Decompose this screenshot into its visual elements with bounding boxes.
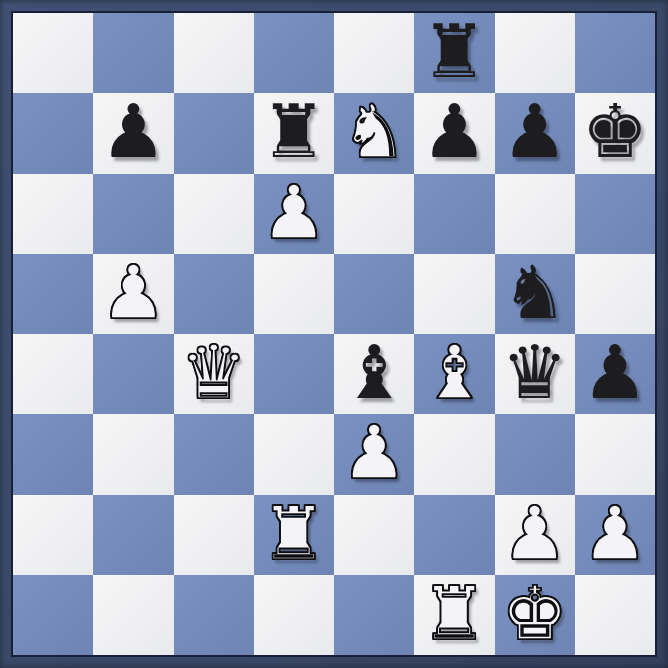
black-pawn[interactable]: ♟ — [100, 94, 166, 168]
chess-board: ♜♟♜♞♟♟♚♟♟♞♛♝♝♛♟♟♜♟♟♜♚ — [13, 13, 655, 655]
square-h7[interactable]: ♚ — [575, 93, 655, 173]
square-d6[interactable]: ♟ — [254, 174, 334, 254]
white-pawn[interactable]: ♟ — [261, 175, 327, 249]
black-pawn[interactable]: ♟ — [421, 94, 487, 168]
square-h2[interactable]: ♟ — [575, 495, 655, 575]
square-b4[interactable] — [93, 334, 173, 414]
square-d2[interactable]: ♜ — [254, 495, 334, 575]
square-c7[interactable] — [174, 93, 254, 173]
square-c5[interactable] — [174, 254, 254, 334]
square-f4[interactable]: ♝ — [414, 334, 494, 414]
black-rook[interactable]: ♜ — [261, 94, 327, 168]
square-g4[interactable]: ♛ — [495, 334, 575, 414]
square-b1[interactable] — [93, 575, 173, 655]
square-c1[interactable] — [174, 575, 254, 655]
square-f1[interactable]: ♜ — [414, 575, 494, 655]
square-g6[interactable] — [495, 174, 575, 254]
square-c4[interactable]: ♛ — [174, 334, 254, 414]
square-a6[interactable] — [13, 174, 93, 254]
square-c6[interactable] — [174, 174, 254, 254]
square-f3[interactable] — [414, 414, 494, 494]
black-knight[interactable]: ♞ — [501, 255, 567, 329]
square-g7[interactable]: ♟ — [495, 93, 575, 173]
square-h5[interactable] — [575, 254, 655, 334]
square-h3[interactable] — [575, 414, 655, 494]
square-e5[interactable] — [334, 254, 414, 334]
square-a2[interactable] — [13, 495, 93, 575]
white-pawn[interactable]: ♟ — [582, 496, 648, 570]
square-c2[interactable] — [174, 495, 254, 575]
white-king[interactable]: ♚ — [501, 576, 567, 650]
square-f7[interactable]: ♟ — [414, 93, 494, 173]
square-f5[interactable] — [414, 254, 494, 334]
square-c8[interactable] — [174, 13, 254, 93]
square-a4[interactable] — [13, 334, 93, 414]
chess-board-frame: ♜♟♜♞♟♟♚♟♟♞♛♝♝♛♟♟♜♟♟♜♚ — [0, 0, 668, 668]
white-knight[interactable]: ♞ — [341, 94, 407, 168]
square-g3[interactable] — [495, 414, 575, 494]
white-rook[interactable]: ♜ — [421, 576, 487, 650]
black-pawn[interactable]: ♟ — [582, 335, 648, 409]
square-d3[interactable] — [254, 414, 334, 494]
square-b5[interactable]: ♟ — [93, 254, 173, 334]
square-b6[interactable] — [93, 174, 173, 254]
white-queen[interactable]: ♛ — [180, 335, 246, 409]
square-h8[interactable] — [575, 13, 655, 93]
black-bishop[interactable]: ♝ — [341, 335, 407, 409]
square-b3[interactable] — [93, 414, 173, 494]
square-g5[interactable]: ♞ — [495, 254, 575, 334]
white-rook[interactable]: ♜ — [261, 496, 327, 570]
square-d8[interactable] — [254, 13, 334, 93]
square-g2[interactable]: ♟ — [495, 495, 575, 575]
square-d1[interactable] — [254, 575, 334, 655]
square-a7[interactable] — [13, 93, 93, 173]
black-king[interactable]: ♚ — [582, 94, 648, 168]
black-queen[interactable]: ♛ — [501, 335, 567, 409]
square-f8[interactable]: ♜ — [414, 13, 494, 93]
square-h6[interactable] — [575, 174, 655, 254]
square-b7[interactable]: ♟ — [93, 93, 173, 173]
square-a1[interactable] — [13, 575, 93, 655]
white-pawn[interactable]: ♟ — [100, 255, 166, 329]
square-g8[interactable] — [495, 13, 575, 93]
square-d7[interactable]: ♜ — [254, 93, 334, 173]
square-b2[interactable] — [93, 495, 173, 575]
black-rook[interactable]: ♜ — [421, 14, 487, 88]
white-bishop[interactable]: ♝ — [421, 335, 487, 409]
square-a8[interactable] — [13, 13, 93, 93]
square-a5[interactable] — [13, 254, 93, 334]
square-c3[interactable] — [174, 414, 254, 494]
white-pawn[interactable]: ♟ — [341, 415, 407, 489]
square-e2[interactable] — [334, 495, 414, 575]
square-e7[interactable]: ♞ — [334, 93, 414, 173]
square-e3[interactable]: ♟ — [334, 414, 414, 494]
square-g1[interactable]: ♚ — [495, 575, 575, 655]
square-h1[interactable] — [575, 575, 655, 655]
square-a3[interactable] — [13, 414, 93, 494]
square-e4[interactable]: ♝ — [334, 334, 414, 414]
square-d4[interactable] — [254, 334, 334, 414]
black-pawn[interactable]: ♟ — [501, 94, 567, 168]
square-b8[interactable] — [93, 13, 173, 93]
square-f6[interactable] — [414, 174, 494, 254]
square-e1[interactable] — [334, 575, 414, 655]
square-h4[interactable]: ♟ — [575, 334, 655, 414]
square-e6[interactable] — [334, 174, 414, 254]
square-f2[interactable] — [414, 495, 494, 575]
square-d5[interactable] — [254, 254, 334, 334]
square-e8[interactable] — [334, 13, 414, 93]
white-pawn[interactable]: ♟ — [501, 496, 567, 570]
